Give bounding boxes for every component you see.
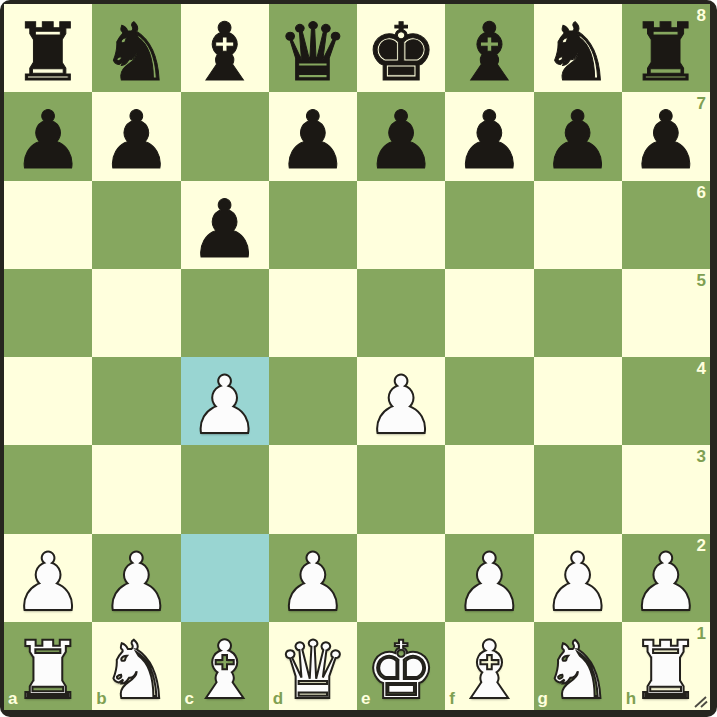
file-label: c [185,690,194,707]
white-pawn[interactable]: ♟ [277,543,349,623]
chess-board: ♜♞♝♛♚♝♞♜8♟♟♟♟♟♟♟7♟65♟♟43♟♟♟♟♟♟2♜a♞b♝c♛d♚… [4,4,710,710]
square-d2[interactable]: ♟ [269,534,357,622]
file-label: g [538,690,548,707]
square-b2[interactable]: ♟ [92,534,180,622]
square-c4[interactable]: ♟ [181,357,269,445]
rank-label: 1 [697,625,706,642]
square-f7[interactable]: ♟ [445,92,533,180]
rank-label: 5 [697,272,706,289]
rank-label: 4 [697,360,706,377]
black-bishop[interactable]: ♝ [189,13,261,93]
square-d6[interactable] [269,181,357,269]
white-bishop[interactable]: ♝ [454,631,526,711]
rank-label: 2 [697,537,706,554]
square-f6[interactable] [445,181,533,269]
square-a6[interactable] [4,181,92,269]
resize-handle-icon[interactable] [692,694,709,709]
square-h3[interactable]: 3 [622,445,710,533]
square-g2[interactable]: ♟ [534,534,622,622]
square-c7[interactable] [181,92,269,180]
square-e1[interactable]: ♚e [357,622,445,710]
square-b4[interactable] [92,357,180,445]
white-knight[interactable]: ♞ [101,631,173,711]
square-e3[interactable] [357,445,445,533]
black-knight[interactable]: ♞ [542,13,614,93]
square-e4[interactable]: ♟ [357,357,445,445]
square-d5[interactable] [269,269,357,357]
white-knight[interactable]: ♞ [542,631,614,711]
square-b1[interactable]: ♞b [92,622,180,710]
square-a2[interactable]: ♟ [4,534,92,622]
black-pawn[interactable]: ♟ [12,101,84,181]
white-pawn[interactable]: ♟ [454,543,526,623]
rank-label: 7 [697,95,706,112]
black-pawn[interactable]: ♟ [454,101,526,181]
black-pawn[interactable]: ♟ [277,101,349,181]
square-g8[interactable]: ♞ [534,4,622,92]
square-h4[interactable]: 4 [622,357,710,445]
square-e6[interactable] [357,181,445,269]
white-rook[interactable]: ♜ [12,631,84,711]
square-g7[interactable]: ♟ [534,92,622,180]
square-h8[interactable]: ♜8 [622,4,710,92]
square-b8[interactable]: ♞ [92,4,180,92]
square-d4[interactable] [269,357,357,445]
file-label: h [626,690,636,707]
square-a1[interactable]: ♜a [4,622,92,710]
black-queen[interactable]: ♛ [277,13,349,93]
square-g5[interactable] [534,269,622,357]
square-b5[interactable] [92,269,180,357]
square-e2[interactable] [357,534,445,622]
file-label: f [449,690,455,707]
square-g3[interactable] [534,445,622,533]
square-a7[interactable]: ♟ [4,92,92,180]
black-rook[interactable]: ♜ [630,13,702,93]
square-f1[interactable]: ♝f [445,622,533,710]
black-pawn[interactable]: ♟ [101,101,173,181]
white-pawn[interactable]: ♟ [542,543,614,623]
file-label: a [8,690,17,707]
black-bishop[interactable]: ♝ [454,13,526,93]
file-label: d [273,690,283,707]
square-e5[interactable] [357,269,445,357]
file-label: e [361,690,370,707]
white-pawn[interactable]: ♟ [12,543,84,623]
square-b6[interactable] [92,181,180,269]
square-f2[interactable]: ♟ [445,534,533,622]
square-a8[interactable]: ♜ [4,4,92,92]
square-c2[interactable] [181,534,269,622]
square-c6[interactable]: ♟ [181,181,269,269]
square-d7[interactable]: ♟ [269,92,357,180]
rank-label: 6 [697,184,706,201]
square-a5[interactable] [4,269,92,357]
square-d8[interactable]: ♛ [269,4,357,92]
white-king[interactable]: ♚ [365,631,437,711]
chess-board-widget: ♜♞♝♛♚♝♞♜8♟♟♟♟♟♟♟7♟65♟♟43♟♟♟♟♟♟2♜a♞b♝c♛d♚… [0,0,717,717]
square-c3[interactable] [181,445,269,533]
square-e7[interactable]: ♟ [357,92,445,180]
square-f5[interactable] [445,269,533,357]
square-c5[interactable] [181,269,269,357]
square-e8[interactable]: ♚ [357,4,445,92]
square-f8[interactable]: ♝ [445,4,533,92]
square-b7[interactable]: ♟ [92,92,180,180]
black-pawn[interactable]: ♟ [189,190,261,270]
square-d1[interactable]: ♛d [269,622,357,710]
white-pawn[interactable]: ♟ [365,366,437,446]
black-pawn[interactable]: ♟ [630,101,702,181]
black-pawn[interactable]: ♟ [542,101,614,181]
white-pawn[interactable]: ♟ [101,543,173,623]
square-h6[interactable]: 6 [622,181,710,269]
square-a4[interactable] [4,357,92,445]
rank-label: 3 [697,448,706,465]
square-h7[interactable]: ♟7 [622,92,710,180]
square-c1[interactable]: ♝c [181,622,269,710]
square-g6[interactable] [534,181,622,269]
square-d3[interactable] [269,445,357,533]
white-pawn[interactable]: ♟ [189,366,261,446]
square-a3[interactable] [4,445,92,533]
white-rook[interactable]: ♜ [630,631,702,711]
black-king[interactable]: ♚ [365,13,437,93]
white-queen[interactable]: ♛ [277,631,349,711]
white-pawn[interactable]: ♟ [630,543,702,623]
square-g4[interactable] [534,357,622,445]
black-pawn[interactable]: ♟ [365,101,437,181]
square-h2[interactable]: ♟2 [622,534,710,622]
black-knight[interactable]: ♞ [101,13,173,93]
square-c8[interactable]: ♝ [181,4,269,92]
white-bishop[interactable]: ♝ [189,631,261,711]
file-label: b [96,690,106,707]
square-f3[interactable] [445,445,533,533]
square-h5[interactable]: 5 [622,269,710,357]
square-g1[interactable]: ♞g [534,622,622,710]
square-f4[interactable] [445,357,533,445]
rank-label: 8 [697,7,706,24]
square-b3[interactable] [92,445,180,533]
black-rook[interactable]: ♜ [12,13,84,93]
